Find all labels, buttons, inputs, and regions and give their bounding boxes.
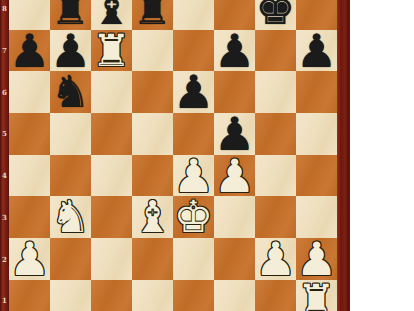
square-g6[interactable] xyxy=(255,71,296,113)
square-f2[interactable] xyxy=(214,238,255,280)
white-rook: ♜ xyxy=(297,279,336,311)
square-c6[interactable] xyxy=(91,71,132,113)
black-pawn: ♟ xyxy=(214,28,255,74)
square-d3[interactable]: ♝ xyxy=(132,196,173,238)
square-b5[interactable] xyxy=(50,113,91,155)
white-pawn: ♟ xyxy=(173,153,214,199)
square-f7[interactable]: ♟ xyxy=(214,30,255,72)
black-rook: ♜ xyxy=(133,0,172,31)
square-h8[interactable] xyxy=(296,0,337,30)
square-d2[interactable] xyxy=(132,238,173,280)
white-pawn: ♟ xyxy=(255,236,296,282)
black-pawn: ♟ xyxy=(214,111,255,157)
black-knight: ♞ xyxy=(51,70,90,114)
square-c1[interactable] xyxy=(91,280,132,311)
square-g7[interactable] xyxy=(255,30,296,72)
board-frame-right xyxy=(337,0,350,311)
square-e5[interactable] xyxy=(173,113,214,155)
white-king: ♚ xyxy=(174,195,213,239)
board-frame-left: 87654321 xyxy=(0,0,9,311)
square-f5[interactable]: ♟ xyxy=(214,113,255,155)
white-rook: ♜ xyxy=(92,29,131,73)
rank-label-7: 7 xyxy=(0,30,9,72)
square-d7[interactable] xyxy=(132,30,173,72)
square-b6[interactable]: ♞ xyxy=(50,71,91,113)
black-pawn: ♟ xyxy=(50,28,91,74)
white-bishop: ♝ xyxy=(133,195,172,239)
square-f3[interactable] xyxy=(214,196,255,238)
black-rook: ♜ xyxy=(51,0,90,31)
square-e8[interactable] xyxy=(173,0,214,30)
square-e1[interactable] xyxy=(173,280,214,311)
square-e4[interactable]: ♟ xyxy=(173,155,214,197)
square-a3[interactable] xyxy=(9,196,50,238)
square-d5[interactable] xyxy=(132,113,173,155)
square-c7[interactable]: ♜ xyxy=(91,30,132,72)
square-g8[interactable]: ♚ xyxy=(255,0,296,30)
square-g1[interactable] xyxy=(255,280,296,311)
square-b7[interactable]: ♟ xyxy=(50,30,91,72)
white-knight: ♞ xyxy=(51,195,90,239)
rank-label-1: 1 xyxy=(0,280,9,311)
square-h2[interactable]: ♟ xyxy=(296,238,337,280)
black-king: ♚ xyxy=(256,0,295,31)
square-d8[interactable]: ♜ xyxy=(132,0,173,30)
square-b4[interactable] xyxy=(50,155,91,197)
black-pawn: ♟ xyxy=(9,28,50,74)
square-c8[interactable]: ♝ xyxy=(91,0,132,30)
square-h7[interactable]: ♟ xyxy=(296,30,337,72)
square-b2[interactable] xyxy=(50,238,91,280)
rank-label-4: 4 xyxy=(0,155,9,197)
square-a1[interactable] xyxy=(9,280,50,311)
square-a5[interactable] xyxy=(9,113,50,155)
square-d4[interactable] xyxy=(132,155,173,197)
square-e3[interactable]: ♚ xyxy=(173,196,214,238)
square-f4[interactable]: ♟ xyxy=(214,155,255,197)
square-f6[interactable] xyxy=(214,71,255,113)
square-a7[interactable]: ♟ xyxy=(9,30,50,72)
square-b1[interactable] xyxy=(50,280,91,311)
chess-board: ♜♝♜♚♟♟♜♟♟♞♟♟♟♟♞♝♚♟♟♟♜ xyxy=(9,0,337,311)
rank-label-6: 6 xyxy=(0,71,9,113)
rank-label-8: 8 xyxy=(0,0,9,30)
square-h4[interactable] xyxy=(296,155,337,197)
square-g4[interactable] xyxy=(255,155,296,197)
square-b3[interactable]: ♞ xyxy=(50,196,91,238)
white-pawn: ♟ xyxy=(214,153,255,199)
square-e6[interactable]: ♟ xyxy=(173,71,214,113)
square-a2[interactable]: ♟ xyxy=(9,238,50,280)
square-a8[interactable] xyxy=(9,0,50,30)
square-b8[interactable]: ♜ xyxy=(50,0,91,30)
square-a4[interactable] xyxy=(9,155,50,197)
square-h6[interactable] xyxy=(296,71,337,113)
square-h5[interactable] xyxy=(296,113,337,155)
square-h3[interactable] xyxy=(296,196,337,238)
square-e7[interactable] xyxy=(173,30,214,72)
square-d1[interactable] xyxy=(132,280,173,311)
square-c3[interactable] xyxy=(91,196,132,238)
chess-board-screenshot: 87654321 ♜♝♜♚♟♟♜♟♟♞♟♟♟♟♞♝♚♟♟♟♜ xyxy=(0,0,414,311)
white-pawn: ♟ xyxy=(296,236,337,282)
square-h1[interactable]: ♜ xyxy=(296,280,337,311)
square-g5[interactable] xyxy=(255,113,296,155)
square-e2[interactable] xyxy=(173,238,214,280)
square-a6[interactable] xyxy=(9,71,50,113)
square-c4[interactable] xyxy=(91,155,132,197)
black-bishop: ♝ xyxy=(92,0,131,31)
square-f1[interactable] xyxy=(214,280,255,311)
black-pawn: ♟ xyxy=(173,69,214,115)
white-pawn: ♟ xyxy=(9,236,50,282)
square-c5[interactable] xyxy=(91,113,132,155)
square-c2[interactable] xyxy=(91,238,132,280)
rank-label-3: 3 xyxy=(0,197,9,239)
black-pawn: ♟ xyxy=(296,28,337,74)
square-f8[interactable] xyxy=(214,0,255,30)
rank-label-5: 5 xyxy=(0,113,9,155)
square-d6[interactable] xyxy=(132,71,173,113)
square-g2[interactable]: ♟ xyxy=(255,238,296,280)
rank-label-2: 2 xyxy=(0,238,9,280)
square-g3[interactable] xyxy=(255,196,296,238)
